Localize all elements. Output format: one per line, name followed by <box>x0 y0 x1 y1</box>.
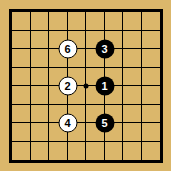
board-cell[interactable] <box>68 142 87 161</box>
stone-number: 2 <box>64 81 70 92</box>
board-cell[interactable] <box>86 142 105 161</box>
board-cell[interactable] <box>123 31 142 50</box>
board-cell[interactable] <box>12 68 31 87</box>
board-cell[interactable] <box>142 68 161 87</box>
board-cell[interactable] <box>31 105 50 124</box>
board-cell[interactable] <box>142 49 161 68</box>
board-cell[interactable] <box>12 31 31 50</box>
board-cell[interactable] <box>68 12 87 31</box>
board-cell[interactable] <box>86 12 105 31</box>
stone-number: 5 <box>101 118 107 129</box>
board-cell[interactable] <box>105 142 124 161</box>
board-cell[interactable] <box>123 68 142 87</box>
board-cell[interactable] <box>12 49 31 68</box>
board-cell[interactable] <box>31 31 50 50</box>
board-cell[interactable] <box>142 142 161 161</box>
board-cell[interactable] <box>31 86 50 105</box>
stone-white-2: 2 <box>58 77 77 96</box>
hoshi-point <box>84 84 89 89</box>
board-cell[interactable] <box>12 12 31 31</box>
go-board[interactable]: 123456 <box>9 9 163 163</box>
board-cell[interactable] <box>123 142 142 161</box>
board-cell[interactable] <box>123 105 142 124</box>
board-cell[interactable] <box>31 142 50 161</box>
go-board-diagram: 123456 <box>0 0 171 171</box>
stone-number: 3 <box>101 44 107 55</box>
board-cell[interactable] <box>12 123 31 142</box>
board-cell[interactable] <box>123 86 142 105</box>
board-cell[interactable] <box>12 86 31 105</box>
board-cell[interactable] <box>31 49 50 68</box>
stone-black-1: 1 <box>95 77 114 96</box>
board-cell[interactable] <box>49 142 68 161</box>
stone-number: 4 <box>64 118 70 129</box>
board-cell[interactable] <box>142 31 161 50</box>
board-cell[interactable] <box>31 123 50 142</box>
stone-white-4: 4 <box>58 114 77 133</box>
board-cell[interactable] <box>49 12 68 31</box>
board-cell[interactable] <box>142 123 161 142</box>
board-cell[interactable] <box>31 12 50 31</box>
board-cell[interactable] <box>142 86 161 105</box>
board-cell[interactable] <box>31 68 50 87</box>
board-cell[interactable] <box>142 105 161 124</box>
board-cell[interactable] <box>12 105 31 124</box>
stone-black-5: 5 <box>95 114 114 133</box>
stone-number: 6 <box>64 44 70 55</box>
board-cell[interactable] <box>142 12 161 31</box>
board-cell[interactable] <box>123 123 142 142</box>
board-cell[interactable] <box>12 142 31 161</box>
board-cell[interactable] <box>105 12 124 31</box>
board-cell[interactable] <box>123 49 142 68</box>
stone-black-3: 3 <box>95 40 114 59</box>
stone-number: 1 <box>101 81 107 92</box>
stone-white-6: 6 <box>58 40 77 59</box>
board-cell[interactable] <box>123 12 142 31</box>
